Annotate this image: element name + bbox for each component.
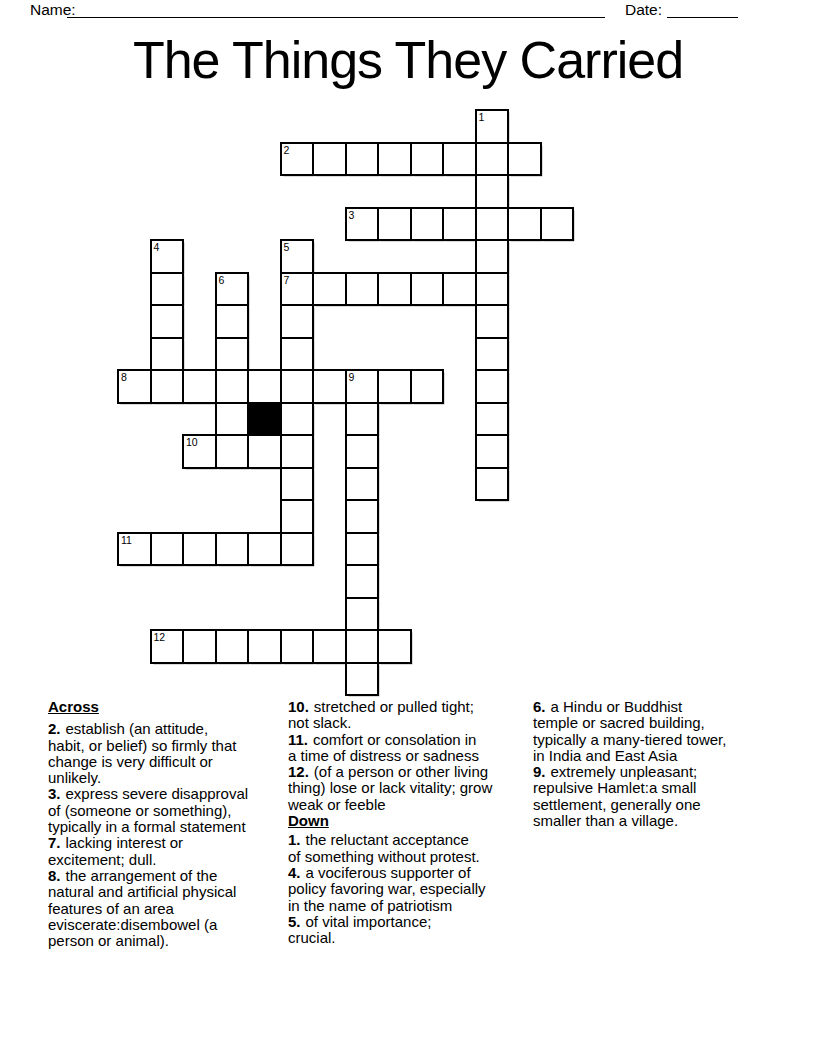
grid-cell-r8c8[interactable]: [378, 370, 411, 403]
clue-7-across: 7.lacking interest or excitement; dull.: [48, 835, 294, 868]
grid-cell-r13c0[interactable]: 11: [118, 533, 151, 566]
clue-num-label: 8.: [48, 867, 61, 884]
clue-8-across: 8.the arrangement of the natural and art…: [48, 868, 294, 949]
clue-text: a Hindu or Buddhist temple or sacred bui…: [533, 698, 726, 764]
clue-text: (of a person or other living thing) lose…: [288, 763, 492, 813]
grid-cell-r8c2[interactable]: [183, 370, 216, 403]
grid-cell-r16c7[interactable]: [346, 630, 379, 663]
clue-num-label: 11.: [288, 731, 308, 748]
grid-cell-r13c2[interactable]: [183, 533, 216, 566]
grid-cell-r16c4[interactable]: [248, 630, 281, 663]
clue-num-label: 12.: [288, 763, 309, 780]
clue-num-label: 2.: [48, 720, 61, 737]
grid-cell-r6c1[interactable]: [151, 305, 184, 338]
grid-cell-r6c11[interactable]: [476, 305, 509, 338]
grid-cell-r6c5[interactable]: [281, 305, 314, 338]
clue-text: express severe disapproval of (someone o…: [48, 785, 248, 835]
grid-cell-r12c7[interactable]: [346, 500, 379, 533]
grid-cell-r11c7[interactable]: [346, 468, 379, 501]
clue-number-4: 4: [154, 241, 160, 253]
clue-text: stretched or pulled tight; not slack.: [288, 698, 474, 731]
grid-cell-r10c5[interactable]: [281, 435, 314, 468]
clue-3-across: 3.express severe disapproval of (someone…: [48, 786, 294, 835]
grid-cell-r7c11[interactable]: [476, 338, 509, 371]
date-blank-line[interactable]: [667, 0, 738, 18]
clue-10-across: 10.stretched or pulled tight; not slack.: [288, 699, 540, 732]
grid-cell-r13c4[interactable]: [248, 533, 281, 566]
clue-text: the reluctant acceptance of something wi…: [288, 831, 480, 864]
grid-cell-r7c1[interactable]: [151, 338, 184, 371]
grid-cell-r5c9[interactable]: [411, 273, 444, 306]
clue-number-3: 3: [349, 209, 355, 221]
clue-12-across: 12.(of a person or other living thing) l…: [288, 764, 540, 813]
clue-number-11: 11: [121, 534, 132, 546]
clues-column-across: Across2.establish (an attitude, habit, o…: [48, 699, 294, 949]
clue-number-2: 2: [284, 144, 290, 156]
grid-cell-r5c6[interactable]: [313, 273, 346, 306]
grid-cell-r1c6[interactable]: [313, 143, 346, 176]
grid-cell-r11c5[interactable]: [281, 468, 314, 501]
grid-cell-r1c10[interactable]: [443, 143, 476, 176]
page-title: The Things They Carried: [0, 31, 816, 89]
clue-num-label: 9.: [533, 763, 546, 780]
clue-text: establish (an attitude, habit, or belief…: [48, 720, 236, 786]
clue-text: of vital importance; crucial.: [288, 913, 431, 946]
grid-cell-r16c2[interactable]: [183, 630, 216, 663]
grid-cell-r8c5[interactable]: [281, 370, 314, 403]
grid-cell-r8c1[interactable]: [151, 370, 184, 403]
grid-cell-r8c0[interactable]: 8: [118, 370, 151, 403]
grid-cell-r2c11[interactable]: [476, 175, 509, 208]
grid-cell-r5c1[interactable]: [151, 273, 184, 306]
grid-cell-r4c1[interactable]: 4: [151, 240, 184, 273]
grid-cell-r9c11[interactable]: [476, 403, 509, 436]
grid-cell-r9c3[interactable]: [216, 403, 249, 436]
clue-num-label: 5.: [288, 913, 301, 930]
grid-cell-r8c3[interactable]: [216, 370, 249, 403]
clue-2-across: 2.establish (an attitude, habit, or beli…: [48, 721, 294, 786]
grid-cell-r13c7[interactable]: [346, 533, 379, 566]
clue-number-5: 5: [284, 241, 290, 253]
clue-text: lacking interest or excitement; dull.: [48, 834, 183, 867]
grid-cell-r11c11[interactable]: [476, 468, 509, 501]
grid-cell-r8c9[interactable]: [411, 370, 444, 403]
grid-cell-r10c4[interactable]: [248, 435, 281, 468]
grid-cell-r8c6[interactable]: [313, 370, 346, 403]
clue-number-1: 1: [479, 111, 485, 123]
grid-cell-r8c11[interactable]: [476, 370, 509, 403]
grid-cell-r16c1[interactable]: 12: [151, 630, 184, 663]
clues-column-middle: 10.stretched or pulled tight; not slack.…: [288, 699, 540, 946]
clue-11-across: 11.comfort or consolation in a time of d…: [288, 732, 540, 765]
grid-cell-r7c5[interactable]: [281, 338, 314, 371]
grid-cell-r7c3[interactable]: [216, 338, 249, 371]
grid-cell-r4c11[interactable]: [476, 240, 509, 273]
grid-cell-r13c3[interactable]: [216, 533, 249, 566]
across-header: Across: [48, 699, 294, 715]
grid-cell-r1c5[interactable]: 2: [281, 143, 314, 176]
grid-cell-r3c8[interactable]: [378, 208, 411, 241]
clue-number-12: 12: [154, 631, 166, 643]
grid-cell-r5c5[interactable]: 7: [281, 273, 314, 306]
grid-cell-r3c9[interactable]: [411, 208, 444, 241]
black-cell: [248, 403, 281, 436]
grid-cell-r5c7[interactable]: [346, 273, 379, 306]
clue-num-label: 3.: [48, 785, 61, 802]
clue-number-8: 8: [121, 371, 127, 383]
grid-cell-r3c7[interactable]: 3: [346, 208, 379, 241]
grid-cell-r9c7[interactable]: [346, 403, 379, 436]
grid-cell-r10c2[interactable]: 10: [183, 435, 216, 468]
grid-cell-r10c7[interactable]: [346, 435, 379, 468]
grid-cell-r17c7[interactable]: [346, 663, 379, 696]
clue-num-label: 7.: [48, 834, 61, 851]
grid-cell-r3c10[interactable]: [443, 208, 476, 241]
grid-cell-r14c7[interactable]: [346, 565, 379, 598]
grid-cell-r10c3[interactable]: [216, 435, 249, 468]
name-blank-line[interactable]: [67, 0, 605, 18]
grid-cell-r1c9[interactable]: [411, 143, 444, 176]
grid-cell-r16c5[interactable]: [281, 630, 314, 663]
grid-cell-r0c11[interactable]: 1: [476, 110, 509, 143]
clue-1-down: 1.the reluctant acceptance of something …: [288, 832, 540, 865]
clue-9-down: 9.extremely unpleasant; repulsive Hamlet…: [533, 764, 789, 829]
clue-text: the arrangement of the natural and artif…: [48, 867, 236, 949]
grid-cell-r3c13[interactable]: [541, 208, 574, 241]
grid-cell-r3c12[interactable]: [508, 208, 541, 241]
grid-cell-r1c8[interactable]: [378, 143, 411, 176]
crossword-grid: 123456789101112: [118, 110, 573, 695]
grid-cell-r15c7[interactable]: [346, 598, 379, 631]
grid-cell-r1c7[interactable]: [346, 143, 379, 176]
clue-text: a vociferous supporter of policy favorin…: [288, 864, 486, 914]
grid-cell-r16c6[interactable]: [313, 630, 346, 663]
grid-cell-r13c5[interactable]: [281, 533, 314, 566]
clue-text: extremely unpleasant; repulsive Hamlet:a…: [533, 763, 701, 829]
grid-cell-r16c3[interactable]: [216, 630, 249, 663]
grid-cell-r10c11[interactable]: [476, 435, 509, 468]
grid-cell-r8c7[interactable]: 9: [346, 370, 379, 403]
clue-number-10: 10: [186, 436, 198, 448]
grid-cell-r1c11[interactable]: [476, 143, 509, 176]
clue-5-down: 5.of vital importance; crucial.: [288, 914, 540, 947]
clue-num-label: 6.: [533, 698, 546, 715]
grid-cell-r5c10[interactable]: [443, 273, 476, 306]
grid-cell-r3c11[interactable]: [476, 208, 509, 241]
date-label: Date:: [625, 1, 662, 19]
grid-cell-r6c3[interactable]: [216, 305, 249, 338]
grid-cell-r4c5[interactable]: 5: [281, 240, 314, 273]
grid-cell-r1c12[interactable]: [508, 143, 541, 176]
clue-number-6: 6: [219, 274, 225, 286]
clue-text: comfort or consolation in a time of dist…: [288, 731, 479, 764]
grid-cell-r13c1[interactable]: [151, 533, 184, 566]
grid-cell-r8c4[interactable]: [248, 370, 281, 403]
clue-4-down: 4.a vociferous supporter of policy favor…: [288, 865, 540, 914]
down-header: Down: [288, 813, 540, 829]
clue-num-label: 10.: [288, 698, 309, 715]
clue-6-down: 6.a Hindu or Buddhist temple or sacred b…: [533, 699, 789, 764]
grid-cell-r12c5[interactable]: [281, 500, 314, 533]
clue-num-label: 1.: [288, 831, 301, 848]
clue-num-label: 4.: [288, 864, 301, 881]
grid-cell-r16c8[interactable]: [378, 630, 411, 663]
clue-number-7: 7: [284, 274, 290, 286]
grid-cell-r5c11[interactable]: [476, 273, 509, 306]
grid-cell-r5c3[interactable]: 6: [216, 273, 249, 306]
clues-column-down: 6.a Hindu or Buddhist temple or sacred b…: [533, 699, 789, 829]
grid-cell-r9c5[interactable]: [281, 403, 314, 436]
grid-cell-r5c8[interactable]: [378, 273, 411, 306]
clue-number-9: 9: [349, 371, 355, 383]
